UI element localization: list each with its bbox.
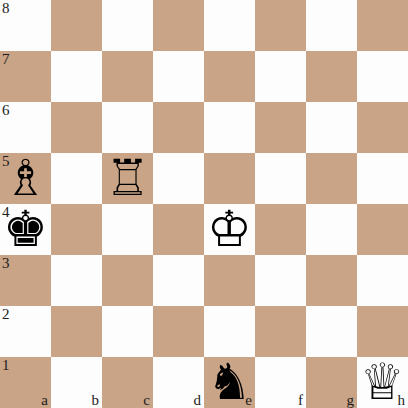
square-e8[interactable] (204, 0, 255, 51)
square-b2[interactable] (51, 306, 102, 357)
square-f6[interactable] (255, 102, 306, 153)
square-d5[interactable] (153, 153, 204, 204)
file-label-f: f (298, 393, 303, 408)
square-c2[interactable] (102, 306, 153, 357)
square-c3[interactable] (102, 255, 153, 306)
square-a4[interactable]: 4♚ (0, 204, 51, 255)
square-d7[interactable] (153, 51, 204, 102)
white-bishop[interactable]: ♗ (3, 153, 48, 204)
square-f2[interactable] (255, 306, 306, 357)
rank-label-7: 7 (2, 52, 10, 67)
square-f1[interactable]: f (255, 357, 306, 408)
square-h3[interactable] (357, 255, 408, 306)
square-g1[interactable]: g (306, 357, 357, 408)
file-label-a: a (41, 393, 48, 408)
square-a1[interactable]: 1a (0, 357, 51, 408)
square-c8[interactable] (102, 0, 153, 51)
square-d2[interactable] (153, 306, 204, 357)
square-d3[interactable] (153, 255, 204, 306)
square-f3[interactable] (255, 255, 306, 306)
square-h8[interactable] (357, 0, 408, 51)
white-rook[interactable]: ♖ (105, 153, 150, 204)
file-label-b: b (92, 393, 100, 408)
square-d8[interactable] (153, 0, 204, 51)
square-b5[interactable] (51, 153, 102, 204)
square-b1[interactable]: b (51, 357, 102, 408)
rank-label-8: 8 (2, 1, 10, 16)
file-label-c: c (143, 393, 150, 408)
square-g8[interactable] (306, 0, 357, 51)
square-h1[interactable]: h♕ (357, 357, 408, 408)
square-h5[interactable] (357, 153, 408, 204)
square-e6[interactable] (204, 102, 255, 153)
square-e4[interactable]: ♔ (204, 204, 255, 255)
square-e5[interactable] (204, 153, 255, 204)
square-c1[interactable]: c (102, 357, 153, 408)
square-a7[interactable]: 7 (0, 51, 51, 102)
square-g6[interactable] (306, 102, 357, 153)
square-c4[interactable] (102, 204, 153, 255)
rank-label-6: 6 (2, 103, 10, 118)
square-b4[interactable] (51, 204, 102, 255)
square-b3[interactable] (51, 255, 102, 306)
file-label-d: d (194, 393, 202, 408)
square-b8[interactable] (51, 0, 102, 51)
square-f8[interactable] (255, 0, 306, 51)
square-b6[interactable] (51, 102, 102, 153)
chess-board: 8765♗♖4♚♔321abcde♞fgh♕ (0, 0, 408, 408)
square-a2[interactable]: 2 (0, 306, 51, 357)
square-d1[interactable]: d (153, 357, 204, 408)
black-knight[interactable]: ♞ (207, 357, 252, 408)
square-e1[interactable]: e♞ (204, 357, 255, 408)
square-f7[interactable] (255, 51, 306, 102)
square-e3[interactable] (204, 255, 255, 306)
square-g2[interactable] (306, 306, 357, 357)
square-g4[interactable] (306, 204, 357, 255)
square-g5[interactable] (306, 153, 357, 204)
black-king[interactable]: ♚ (3, 204, 48, 255)
square-h7[interactable] (357, 51, 408, 102)
square-g7[interactable] (306, 51, 357, 102)
file-label-g: g (347, 393, 355, 408)
square-c5[interactable]: ♖ (102, 153, 153, 204)
square-b7[interactable] (51, 51, 102, 102)
square-h6[interactable] (357, 102, 408, 153)
white-king[interactable]: ♔ (207, 204, 252, 255)
square-a6[interactable]: 6 (0, 102, 51, 153)
square-a5[interactable]: 5♗ (0, 153, 51, 204)
square-h2[interactable] (357, 306, 408, 357)
square-a3[interactable]: 3 (0, 255, 51, 306)
square-a8[interactable]: 8 (0, 0, 51, 51)
square-c7[interactable] (102, 51, 153, 102)
rank-label-1: 1 (2, 358, 10, 373)
square-f5[interactable] (255, 153, 306, 204)
square-e7[interactable] (204, 51, 255, 102)
square-d6[interactable] (153, 102, 204, 153)
square-g3[interactable] (306, 255, 357, 306)
square-f4[interactable] (255, 204, 306, 255)
square-h4[interactable] (357, 204, 408, 255)
square-e2[interactable] (204, 306, 255, 357)
square-c6[interactable] (102, 102, 153, 153)
square-d4[interactable] (153, 204, 204, 255)
rank-label-2: 2 (2, 307, 10, 322)
white-queen[interactable]: ♕ (360, 357, 405, 408)
rank-label-3: 3 (2, 256, 10, 271)
